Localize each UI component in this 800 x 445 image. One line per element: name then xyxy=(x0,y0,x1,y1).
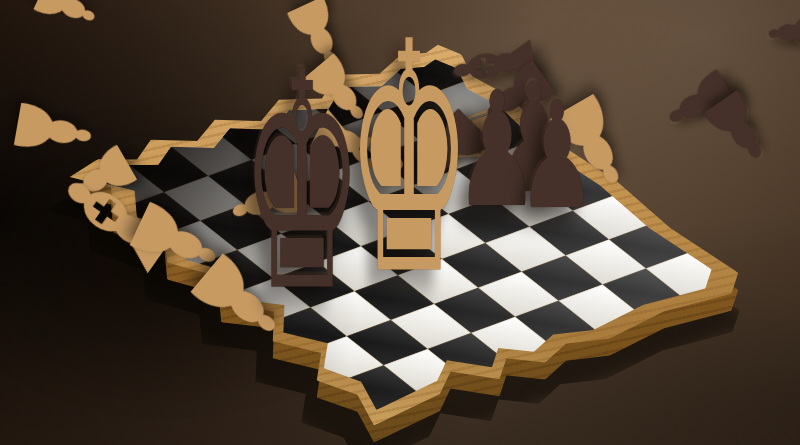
board-square xyxy=(492,182,572,227)
board-square xyxy=(471,317,551,362)
board-square xyxy=(456,153,536,198)
board-square xyxy=(405,214,485,259)
board-square xyxy=(573,194,653,239)
board-square xyxy=(478,272,558,317)
light-pawn-table-top: ♟ xyxy=(272,0,364,86)
board-square xyxy=(602,268,682,313)
board-square xyxy=(391,304,471,349)
light-pawn-table-corner: ♟ xyxy=(18,0,114,46)
board-square xyxy=(536,165,616,210)
board-square xyxy=(559,284,639,329)
board-square xyxy=(515,300,595,345)
board-square xyxy=(442,243,522,288)
dark-pawn-fallen-right-of-king: ♟ xyxy=(393,89,512,208)
board-square xyxy=(485,227,565,272)
board-square xyxy=(412,169,492,214)
board-square xyxy=(426,79,506,124)
dark-pawn-fallen-top: ♟ xyxy=(463,43,573,146)
dark-pawn-table-right-2: ♟ xyxy=(687,72,790,182)
chess-scene: ♚♚♟♟♟♝♟♟♟♝♞♟♟♟♟♝♟♟♟♟♟♟♟ xyxy=(0,0,800,445)
board-square xyxy=(346,66,426,111)
board-square xyxy=(529,210,609,255)
light-knight-fallen-behind-pawns: ♞ xyxy=(413,92,523,181)
dark-pawn-table-edge: ♟ xyxy=(759,6,800,57)
board-square xyxy=(434,288,514,333)
board-square xyxy=(390,50,470,95)
board-square xyxy=(500,137,580,182)
dark-pawn-standing-1: ♟ xyxy=(455,70,540,229)
board-square xyxy=(398,259,478,304)
board-square xyxy=(609,223,689,268)
dark-bishop-fallen-top: ♝ xyxy=(437,20,558,108)
board-square xyxy=(566,239,646,284)
board-square xyxy=(646,252,726,297)
board-cast-shadow xyxy=(0,110,400,410)
board-square xyxy=(522,255,602,300)
board-square xyxy=(463,108,543,153)
board-square xyxy=(419,124,499,169)
board-square xyxy=(449,198,529,243)
dark-pawn-standing-2: ♟ xyxy=(494,62,574,213)
dark-pawn-standing-3: ♟ xyxy=(518,82,597,231)
board-square xyxy=(427,333,507,378)
dark-pawn-table-right-1: ♟ xyxy=(646,54,753,150)
light-pawn-fallen-right-rim: ♟ xyxy=(529,71,655,213)
